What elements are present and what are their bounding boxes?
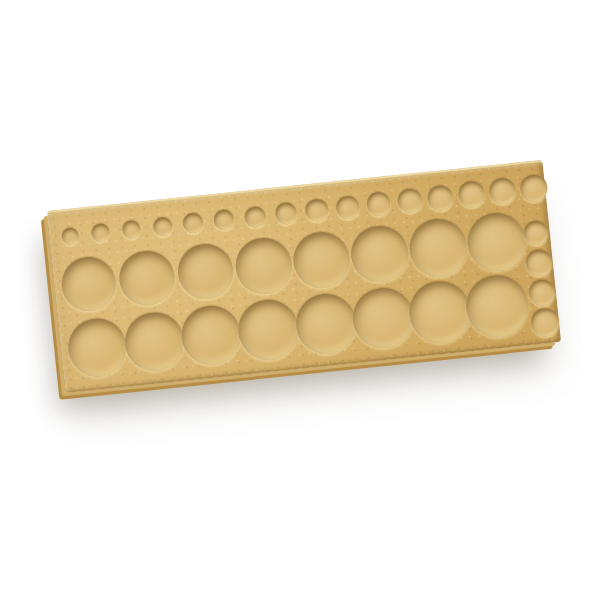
well-bottom-3 xyxy=(179,303,244,368)
well-middle-1 xyxy=(59,254,118,313)
well-top-5 xyxy=(182,212,204,234)
well-bottom-5 xyxy=(293,291,359,357)
well-right-4 xyxy=(530,307,561,338)
well-middle-4 xyxy=(233,235,294,296)
well-top-6 xyxy=(213,209,235,231)
well-right-2 xyxy=(525,249,553,277)
well-middle-6 xyxy=(349,223,411,285)
product-photo-canvas xyxy=(0,0,600,600)
well-top-2 xyxy=(91,223,110,242)
well-middle-8 xyxy=(465,210,529,274)
well-top-16 xyxy=(518,173,548,203)
well-bottom-6 xyxy=(350,285,417,352)
well-top-14 xyxy=(457,180,485,208)
well-top-15 xyxy=(488,177,517,206)
well-middle-2 xyxy=(117,248,177,308)
well-bottom-7 xyxy=(406,278,473,345)
well-top-12 xyxy=(396,187,423,214)
well-top-1 xyxy=(60,226,79,245)
well-bottom-1 xyxy=(65,316,129,380)
well-right-3 xyxy=(527,278,556,307)
well-middle-7 xyxy=(407,216,470,279)
well-top-3 xyxy=(121,219,141,239)
well-top-7 xyxy=(244,205,267,228)
well-top-11 xyxy=(366,191,392,217)
well-bottom-2 xyxy=(122,309,186,373)
well-bottom-8 xyxy=(463,272,531,340)
well-top-4 xyxy=(152,216,173,237)
bead-board xyxy=(47,160,561,393)
well-top-8 xyxy=(274,202,298,226)
well-middle-5 xyxy=(291,229,353,291)
well-middle-3 xyxy=(175,242,235,302)
well-top-9 xyxy=(305,198,329,222)
well-right-1 xyxy=(523,220,549,246)
well-top-10 xyxy=(335,194,360,219)
well-bottom-4 xyxy=(236,297,302,363)
well-top-13 xyxy=(427,184,454,211)
